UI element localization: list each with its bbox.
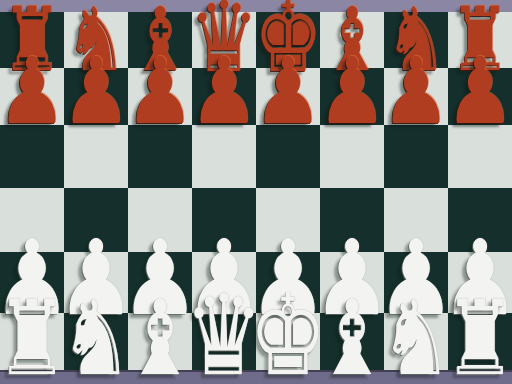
square-b7[interactable]: ♟ — [64, 68, 128, 125]
square-e7[interactable]: ♟ — [256, 68, 320, 125]
piece-red-pawn[interactable]: ♟ — [253, 46, 323, 138]
piece-white-knight[interactable]: ♞ — [60, 286, 133, 384]
piece-red-pawn[interactable]: ♟ — [189, 46, 259, 138]
piece-red-pawn[interactable]: ♟ — [61, 46, 131, 138]
square-f7[interactable]: ♟ — [320, 68, 384, 125]
chess-board: ♜♞♝♛♚♝♞♜♟♟♟♟♟♟♟♟♟♟♟♟♟♟♟♟♜♞♝♛♚♝♞♜ — [0, 12, 512, 370]
piece-red-pawn[interactable]: ♟ — [445, 46, 512, 138]
piece-white-rook[interactable]: ♜ — [0, 286, 68, 384]
square-h7[interactable]: ♟ — [448, 68, 512, 125]
square-g1[interactable]: ♞ — [384, 313, 448, 370]
square-a7[interactable]: ♟ — [0, 68, 64, 125]
chess-app-window: ♜♞♝♛♚♝♞♜♟♟♟♟♟♟♟♟♟♟♟♟♟♟♟♟♜♞♝♛♚♝♞♜ — [0, 0, 512, 384]
piece-white-rook[interactable]: ♜ — [444, 286, 512, 384]
square-d7[interactable]: ♟ — [192, 68, 256, 125]
square-e1[interactable]: ♚ — [256, 313, 320, 370]
piece-red-pawn[interactable]: ♟ — [0, 46, 67, 138]
square-c7[interactable]: ♟ — [128, 68, 192, 125]
square-h1[interactable]: ♜ — [448, 313, 512, 370]
square-c1[interactable]: ♝ — [128, 313, 192, 370]
piece-red-pawn[interactable]: ♟ — [125, 46, 195, 138]
piece-red-pawn[interactable]: ♟ — [381, 46, 451, 138]
square-b1[interactable]: ♞ — [64, 313, 128, 370]
square-f1[interactable]: ♝ — [320, 313, 384, 370]
piece-white-bishop[interactable]: ♝ — [316, 286, 389, 384]
square-a1[interactable]: ♜ — [0, 313, 64, 370]
piece-red-pawn[interactable]: ♟ — [317, 46, 387, 138]
piece-white-knight[interactable]: ♞ — [380, 286, 453, 384]
square-g7[interactable]: ♟ — [384, 68, 448, 125]
square-d1[interactable]: ♛ — [192, 313, 256, 370]
